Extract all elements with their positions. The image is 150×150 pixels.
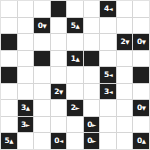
arrow-icon: ▼ bbox=[142, 39, 146, 45]
cell-r2c4[interactable] bbox=[67, 34, 83, 50]
cell-r2c8: 0▼ bbox=[133, 34, 149, 50]
cell-r5c0[interactable] bbox=[1, 84, 17, 100]
arrow-icon: ◄ bbox=[109, 72, 113, 78]
cell-r2c6[interactable] bbox=[100, 34, 116, 50]
cell-r2c0 bbox=[1, 34, 17, 50]
cell-r1c6[interactable] bbox=[100, 18, 116, 34]
cell-r4c8 bbox=[133, 67, 149, 83]
cell-r3c5 bbox=[84, 51, 100, 67]
cell-r6c1: 3▲ bbox=[18, 100, 34, 116]
clue-r1c4-5-arrow: 5▲ bbox=[71, 22, 79, 30]
cell-r0c5[interactable] bbox=[84, 1, 100, 17]
arrow-icon: ► bbox=[75, 105, 79, 111]
cell-r3c6[interactable] bbox=[100, 51, 116, 67]
cell-r3c1[interactable] bbox=[18, 51, 34, 67]
cell-r4c4[interactable] bbox=[67, 67, 83, 83]
cell-r4c5[interactable] bbox=[84, 67, 100, 83]
cell-r6c4: 2► bbox=[67, 100, 83, 116]
cell-r8c2[interactable] bbox=[34, 133, 50, 149]
arrow-icon: ▲ bbox=[75, 56, 79, 62]
clue-r6c4-2-arrow: 2► bbox=[71, 104, 79, 112]
cell-r5c1[interactable] bbox=[18, 84, 34, 100]
arrow-icon: ▲ bbox=[26, 105, 30, 111]
arrow-icon: ► bbox=[92, 138, 96, 144]
cell-r6c0[interactable] bbox=[1, 100, 17, 116]
cell-r6c3[interactable] bbox=[51, 100, 67, 116]
arrow-icon: ▲ bbox=[142, 138, 146, 144]
cell-r3c0[interactable] bbox=[1, 51, 17, 67]
cell-r1c4: 5▲ bbox=[67, 18, 83, 34]
cell-r6c7[interactable] bbox=[117, 100, 133, 116]
cell-r6c8: 0▼ bbox=[133, 100, 149, 116]
cell-r2c3[interactable] bbox=[51, 34, 67, 50]
clue-r6c1-3-arrow: 3▲ bbox=[21, 104, 29, 112]
arrow-icon: ▲ bbox=[9, 138, 13, 144]
cell-r7c1: 3► bbox=[18, 117, 34, 133]
arrow-icon: ◄ bbox=[59, 138, 63, 144]
cell-r8c4[interactable] bbox=[67, 133, 83, 149]
cell-r2c2[interactable] bbox=[34, 34, 50, 50]
cell-r2c7: 2▼ bbox=[117, 34, 133, 50]
cell-r7c7[interactable] bbox=[117, 117, 133, 133]
cell-r8c0: 5▲ bbox=[1, 133, 17, 149]
cell-r3c4: 1▲ bbox=[67, 51, 83, 67]
cell-r5c6: 3◄ bbox=[100, 84, 116, 100]
cell-r6c5[interactable] bbox=[84, 100, 100, 116]
clue-r3c4-1-arrow: 1▲ bbox=[71, 55, 79, 63]
clue-r7c1-3-arrow: 3► bbox=[21, 121, 29, 129]
clue-r8c8-0-arrow: 0▲ bbox=[137, 137, 145, 145]
cell-r1c1[interactable] bbox=[18, 18, 34, 34]
clue-r8c5-0-arrow: 0► bbox=[87, 137, 95, 145]
cell-r8c5: 0► bbox=[84, 133, 100, 149]
cell-r3c8[interactable] bbox=[133, 51, 149, 67]
cell-r0c8[interactable] bbox=[133, 1, 149, 17]
cell-r4c3[interactable] bbox=[51, 67, 67, 83]
cell-r8c8: 0▲ bbox=[133, 133, 149, 149]
cell-r1c8[interactable] bbox=[133, 18, 149, 34]
cell-r5c4[interactable] bbox=[67, 84, 83, 100]
arrow-icon: ► bbox=[26, 122, 30, 128]
cell-r8c6[interactable] bbox=[100, 133, 116, 149]
cell-r0c2[interactable] bbox=[34, 1, 50, 17]
clue-r0c6-4-arrow: 4◄ bbox=[104, 5, 112, 13]
arrow-icon: ▼ bbox=[42, 23, 46, 29]
clue-r5c3-2-arrow: 2▼ bbox=[54, 88, 62, 96]
clue-r2c8-0-arrow: 0▼ bbox=[137, 38, 145, 46]
cell-r5c7[interactable] bbox=[117, 84, 133, 100]
cell-r1c2: 0▼ bbox=[34, 18, 50, 34]
cell-r4c1[interactable] bbox=[18, 67, 34, 83]
clue-r7c5-0-arrow: 0► bbox=[87, 121, 95, 129]
clue-r8c0-5-arrow: 5▲ bbox=[5, 137, 13, 145]
cell-r4c2[interactable] bbox=[34, 67, 50, 83]
clue-r1c2-0-arrow: 0▼ bbox=[38, 22, 46, 30]
arrow-icon: ▼ bbox=[59, 89, 63, 95]
cell-r3c7[interactable] bbox=[117, 51, 133, 67]
arrow-icon: ▼ bbox=[125, 39, 129, 45]
cell-r3c3[interactable] bbox=[51, 51, 67, 67]
cell-r2c1[interactable] bbox=[18, 34, 34, 50]
cell-r8c7[interactable] bbox=[117, 133, 133, 149]
cell-r5c5[interactable] bbox=[84, 84, 100, 100]
cell-r7c8[interactable] bbox=[133, 117, 149, 133]
cell-r0c1[interactable] bbox=[18, 1, 34, 17]
cell-r4c0 bbox=[1, 67, 17, 83]
cell-r1c3[interactable] bbox=[51, 18, 67, 34]
cell-r6c6[interactable] bbox=[100, 100, 116, 116]
yajilin-board: 4◄0▼5▲2▼0▼1▲5◄2▼3◄3▲2►0▼3►0►5▲0◄0►0▲ bbox=[0, 0, 150, 150]
cell-r1c0[interactable] bbox=[1, 18, 17, 34]
arrow-icon: ◄ bbox=[109, 6, 113, 12]
cell-r7c4[interactable] bbox=[67, 117, 83, 133]
cell-r6c2[interactable] bbox=[34, 100, 50, 116]
cell-r1c5[interactable] bbox=[84, 18, 100, 34]
cell-r1c7[interactable] bbox=[117, 18, 133, 34]
cell-r8c1[interactable] bbox=[18, 133, 34, 149]
cell-r8c3: 0◄ bbox=[51, 133, 67, 149]
clue-r8c3-0-arrow: 0◄ bbox=[54, 137, 62, 145]
clue-r2c7-2-arrow: 2▼ bbox=[120, 38, 128, 46]
arrow-icon: ◄ bbox=[109, 89, 113, 95]
cell-r0c6: 4◄ bbox=[100, 1, 116, 17]
cell-r0c0[interactable] bbox=[1, 1, 17, 17]
cell-r4c7[interactable] bbox=[117, 67, 133, 83]
cell-r5c8[interactable] bbox=[133, 84, 149, 100]
clue-r4c6-5-arrow: 5◄ bbox=[104, 71, 112, 79]
cell-r0c4[interactable] bbox=[67, 1, 83, 17]
cell-r0c3 bbox=[51, 1, 67, 17]
cell-r5c3: 2▼ bbox=[51, 84, 67, 100]
cell-r0c7[interactable] bbox=[117, 1, 133, 17]
arrow-icon: ► bbox=[92, 122, 96, 128]
cell-r5c2[interactable] bbox=[34, 84, 50, 100]
cell-r7c5: 0► bbox=[84, 117, 100, 133]
arrow-icon: ▼ bbox=[142, 105, 146, 111]
clue-r6c8-0-arrow: 0▼ bbox=[137, 104, 145, 112]
cell-r7c6[interactable] bbox=[100, 117, 116, 133]
cell-r3c2 bbox=[34, 51, 50, 67]
cell-r4c6: 5◄ bbox=[100, 67, 116, 83]
cell-r7c0[interactable] bbox=[1, 117, 17, 133]
cell-r2c5[interactable] bbox=[84, 34, 100, 50]
arrow-icon: ▲ bbox=[75, 23, 79, 29]
cell-r7c3[interactable] bbox=[51, 117, 67, 133]
cell-r7c2[interactable] bbox=[34, 117, 50, 133]
clue-r5c6-3-arrow: 3◄ bbox=[104, 88, 112, 96]
